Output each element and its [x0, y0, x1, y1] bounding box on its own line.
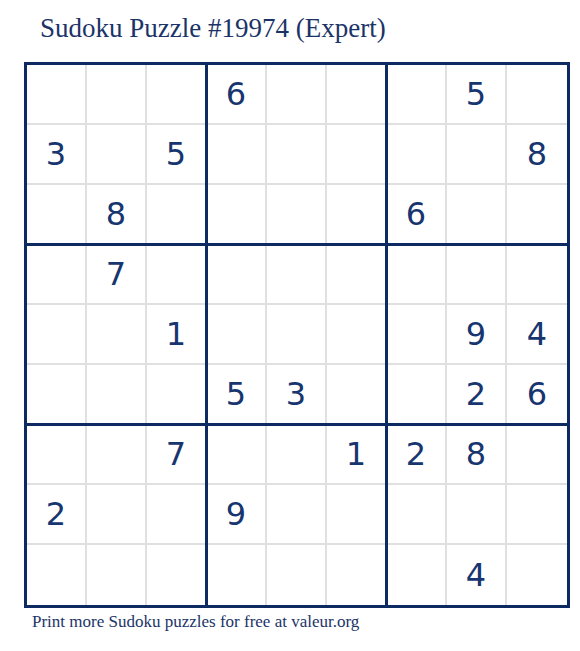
- sudoku-cell-r1c4[interactable]: 6: [207, 65, 267, 125]
- sudoku-cell-r6c1[interactable]: [27, 365, 87, 425]
- sudoku-cell-r8c3[interactable]: [147, 485, 207, 545]
- sudoku-cell-r7c8[interactable]: 8: [447, 425, 507, 485]
- sudoku-cell-r8c9[interactable]: [507, 485, 567, 545]
- sudoku-cell-r5c3[interactable]: 1: [147, 305, 207, 365]
- sudoku-cell-r8c5[interactable]: [267, 485, 327, 545]
- sudoku-cell-r1c1[interactable]: [27, 65, 87, 125]
- sudoku-cell-r4c4[interactable]: [207, 245, 267, 305]
- sudoku-cell-r8c8[interactable]: [447, 485, 507, 545]
- sudoku-cell-r1c9[interactable]: [507, 65, 567, 125]
- sudoku-cell-r9c7[interactable]: [387, 545, 447, 605]
- sudoku-cell-r3c7[interactable]: 6: [387, 185, 447, 245]
- sudoku-cell-r8c1[interactable]: 2: [27, 485, 87, 545]
- sudoku-cell-r5c8[interactable]: 9: [447, 305, 507, 365]
- sudoku-cell-r2c6[interactable]: [327, 125, 387, 185]
- sudoku-cell-r1c3[interactable]: [147, 65, 207, 125]
- sudoku-cell-r2c4[interactable]: [207, 125, 267, 185]
- sudoku-cell-r7c2[interactable]: [87, 425, 147, 485]
- sudoku-cell-r1c8[interactable]: 5: [447, 65, 507, 125]
- sudoku-cell-r5c7[interactable]: [387, 305, 447, 365]
- sudoku-cell-r7c6[interactable]: 1: [327, 425, 387, 485]
- sudoku-cell-r2c8[interactable]: [447, 125, 507, 185]
- sudoku-cell-r6c7[interactable]: [387, 365, 447, 425]
- sudoku-cell-r1c7[interactable]: [387, 65, 447, 125]
- sudoku-cell-r4c5[interactable]: [267, 245, 327, 305]
- sudoku-cell-r5c6[interactable]: [327, 305, 387, 365]
- sudoku-cell-r9c5[interactable]: [267, 545, 327, 605]
- sudoku-cell-r6c3[interactable]: [147, 365, 207, 425]
- sudoku-cell-r3c9[interactable]: [507, 185, 567, 245]
- sudoku-cell-r5c4[interactable]: [207, 305, 267, 365]
- sudoku-cell-r1c2[interactable]: [87, 65, 147, 125]
- sudoku-cell-r8c2[interactable]: [87, 485, 147, 545]
- sudoku-cell-r3c1[interactable]: [27, 185, 87, 245]
- sudoku-cell-r7c5[interactable]: [267, 425, 327, 485]
- sudoku-cell-r7c9[interactable]: [507, 425, 567, 485]
- page: Sudoku Puzzle #19974 (Expert) 6535886719…: [0, 0, 580, 651]
- sudoku-cell-r7c1[interactable]: [27, 425, 87, 485]
- sudoku-cell-r3c6[interactable]: [327, 185, 387, 245]
- sudoku-cell-r9c9[interactable]: [507, 545, 567, 605]
- sudoku-cell-r7c4[interactable]: [207, 425, 267, 485]
- footer-text: Print more Sudoku puzzles for free at va…: [32, 611, 359, 633]
- sudoku-cell-r2c1[interactable]: 3: [27, 125, 87, 185]
- page-title: Sudoku Puzzle #19974 (Expert): [40, 11, 386, 45]
- sudoku-cell-r6c8[interactable]: 2: [447, 365, 507, 425]
- sudoku-cell-r8c6[interactable]: [327, 485, 387, 545]
- sudoku-cell-r6c2[interactable]: [87, 365, 147, 425]
- sudoku-cell-r5c9[interactable]: 4: [507, 305, 567, 365]
- sudoku-cell-r4c9[interactable]: [507, 245, 567, 305]
- sudoku-cell-r9c2[interactable]: [87, 545, 147, 605]
- sudoku-cell-r4c6[interactable]: [327, 245, 387, 305]
- sudoku-cell-r5c5[interactable]: [267, 305, 327, 365]
- sudoku-cell-r5c2[interactable]: [87, 305, 147, 365]
- sudoku-board: 6535886719453267128294: [24, 62, 570, 608]
- sudoku-cell-r4c3[interactable]: [147, 245, 207, 305]
- sudoku-cell-r2c2[interactable]: [87, 125, 147, 185]
- sudoku-cell-r9c6[interactable]: [327, 545, 387, 605]
- sudoku-cell-r8c4[interactable]: 9: [207, 485, 267, 545]
- sudoku-cell-r2c7[interactable]: [387, 125, 447, 185]
- sudoku-cell-r4c1[interactable]: [27, 245, 87, 305]
- sudoku-cell-r4c7[interactable]: [387, 245, 447, 305]
- sudoku-cell-r7c7[interactable]: 2: [387, 425, 447, 485]
- sudoku-cell-r6c9[interactable]: 6: [507, 365, 567, 425]
- sudoku-cell-r1c5[interactable]: [267, 65, 327, 125]
- sudoku-cell-r9c1[interactable]: [27, 545, 87, 605]
- sudoku-cell-r3c5[interactable]: [267, 185, 327, 245]
- sudoku-cell-r7c3[interactable]: 7: [147, 425, 207, 485]
- sudoku-cell-r6c5[interactable]: 3: [267, 365, 327, 425]
- sudoku-cell-r3c8[interactable]: [447, 185, 507, 245]
- sudoku-cell-r9c8[interactable]: 4: [447, 545, 507, 605]
- sudoku-cell-r2c5[interactable]: [267, 125, 327, 185]
- sudoku-cell-r6c6[interactable]: [327, 365, 387, 425]
- sudoku-cell-r6c4[interactable]: 5: [207, 365, 267, 425]
- sudoku-cell-r2c9[interactable]: 8: [507, 125, 567, 185]
- sudoku-cell-r5c1[interactable]: [27, 305, 87, 365]
- sudoku-cell-r9c4[interactable]: [207, 545, 267, 605]
- sudoku-cell-r9c3[interactable]: [147, 545, 207, 605]
- sudoku-cell-r3c3[interactable]: [147, 185, 207, 245]
- sudoku-cell-r2c3[interactable]: 5: [147, 125, 207, 185]
- sudoku-cell-r3c4[interactable]: [207, 185, 267, 245]
- sudoku-cell-r4c8[interactable]: [447, 245, 507, 305]
- sudoku-cell-r8c7[interactable]: [387, 485, 447, 545]
- sudoku-cell-r1c6[interactable]: [327, 65, 387, 125]
- sudoku-cell-r4c2[interactable]: 7: [87, 245, 147, 305]
- sudoku-cell-r3c2[interactable]: 8: [87, 185, 147, 245]
